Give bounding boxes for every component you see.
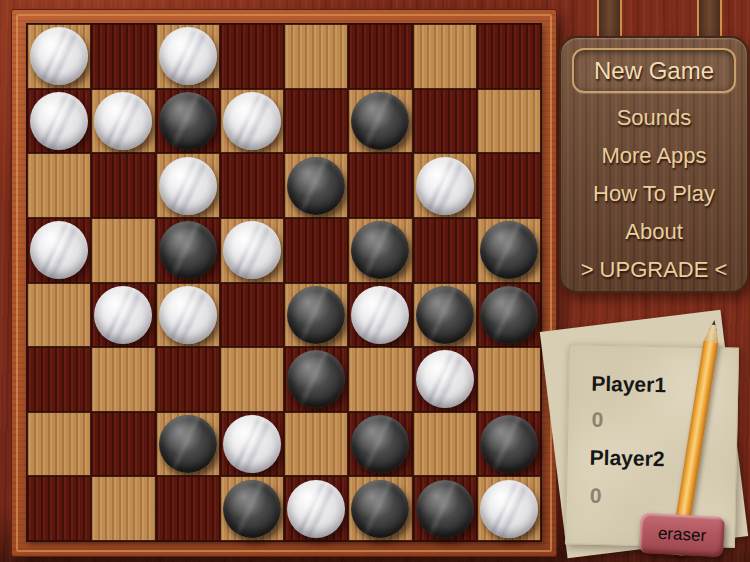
- white-disc: [287, 480, 345, 538]
- game-table: New Game Sounds More Apps How To Play Ab…: [0, 0, 750, 562]
- board-cell-r6c6[interactable]: [413, 412, 477, 477]
- white-disc: [94, 286, 152, 344]
- board-cell-r4c3[interactable]: [220, 283, 284, 348]
- black-disc: [159, 221, 217, 279]
- board-cell-r6c7[interactable]: [477, 412, 541, 477]
- board-cell-r6c0[interactable]: [27, 412, 91, 477]
- board-cell-r0c2[interactable]: [156, 24, 220, 89]
- board-cell-r2c2[interactable]: [156, 153, 220, 218]
- eraser-button[interactable]: eraser: [639, 513, 725, 557]
- menu-item-how-to-play[interactable]: How To Play: [561, 175, 747, 213]
- board-cell-r0c6[interactable]: [413, 24, 477, 89]
- white-disc: [94, 92, 152, 150]
- black-disc: [351, 92, 409, 150]
- board-cell-r3c3[interactable]: [220, 218, 284, 283]
- board-cell-r5c2[interactable]: [156, 347, 220, 412]
- black-disc: [287, 350, 345, 408]
- new-game-label: New Game: [594, 57, 714, 85]
- white-disc: [416, 157, 474, 215]
- board-cell-r6c2[interactable]: [156, 412, 220, 477]
- black-disc: [287, 157, 345, 215]
- board-cell-r3c2[interactable]: [156, 218, 220, 283]
- white-disc: [30, 221, 88, 279]
- board-cell-r7c5[interactable]: [348, 476, 412, 541]
- board-cell-r7c7[interactable]: [477, 476, 541, 541]
- board-cell-r7c4[interactable]: [284, 476, 348, 541]
- white-disc: [159, 157, 217, 215]
- board-cell-r0c5[interactable]: [348, 24, 412, 89]
- board-cell-r2c6[interactable]: [413, 153, 477, 218]
- board-cell-r2c4[interactable]: [284, 153, 348, 218]
- player2-label: Player2: [589, 446, 664, 472]
- board-cell-r5c5[interactable]: [348, 347, 412, 412]
- board-cell-r0c7[interactable]: [477, 24, 541, 89]
- black-disc: [159, 92, 217, 150]
- board-cell-r4c4[interactable]: [284, 283, 348, 348]
- board-cell-r1c1[interactable]: [91, 89, 155, 154]
- white-disc: [30, 92, 88, 150]
- board-cell-r1c2[interactable]: [156, 89, 220, 154]
- board-cell-r2c0[interactable]: [27, 153, 91, 218]
- board-cell-r1c5[interactable]: [348, 89, 412, 154]
- white-disc: [223, 415, 281, 473]
- menu-item-sounds[interactable]: Sounds: [561, 99, 747, 137]
- black-disc: [287, 286, 345, 344]
- white-disc: [223, 92, 281, 150]
- menu-item-more-apps[interactable]: More Apps: [561, 137, 747, 175]
- black-disc: [416, 286, 474, 344]
- board-cell-r5c7[interactable]: [477, 347, 541, 412]
- board-cell-r4c0[interactable]: [27, 283, 91, 348]
- board-cell-r1c7[interactable]: [477, 89, 541, 154]
- game-board: [11, 9, 557, 557]
- black-disc: [223, 480, 281, 538]
- board-cell-r6c3[interactable]: [220, 412, 284, 477]
- board-cell-r6c4[interactable]: [284, 412, 348, 477]
- menu-item-about[interactable]: About: [561, 213, 747, 251]
- board-cell-r1c3[interactable]: [220, 89, 284, 154]
- white-disc: [480, 480, 538, 538]
- menu-panel: New Game Sounds More Apps How To Play Ab…: [559, 36, 749, 293]
- board-cell-r7c1[interactable]: [91, 476, 155, 541]
- black-disc: [480, 286, 538, 344]
- board-cell-r1c4[interactable]: [284, 89, 348, 154]
- board-cell-r3c4[interactable]: [284, 218, 348, 283]
- new-game-button[interactable]: New Game: [572, 48, 736, 93]
- board-cell-r5c0[interactable]: [27, 347, 91, 412]
- board-cell-r0c4[interactable]: [284, 24, 348, 89]
- board-cell-r2c3[interactable]: [220, 153, 284, 218]
- white-disc: [159, 286, 217, 344]
- board-cell-r6c1[interactable]: [91, 412, 155, 477]
- player2-score: 0: [590, 484, 602, 508]
- board-cell-r6c5[interactable]: [348, 412, 412, 477]
- black-disc: [351, 221, 409, 279]
- black-disc: [351, 480, 409, 538]
- menu-item-upgrade[interactable]: > UPGRADE <: [561, 251, 747, 289]
- board-cell-r1c0[interactable]: [27, 89, 91, 154]
- black-disc: [416, 480, 474, 538]
- white-disc: [416, 350, 474, 408]
- white-disc: [351, 286, 409, 344]
- board-cell-r3c0[interactable]: [27, 218, 91, 283]
- white-disc: [159, 27, 217, 85]
- board-cell-r2c1[interactable]: [91, 153, 155, 218]
- board-cell-r7c6[interactable]: [413, 476, 477, 541]
- black-disc: [480, 415, 538, 473]
- board-cell-r4c6[interactable]: [413, 283, 477, 348]
- eraser-label: eraser: [657, 524, 706, 546]
- board-cell-r3c5[interactable]: [348, 218, 412, 283]
- board-cell-r3c1[interactable]: [91, 218, 155, 283]
- board-cell-r1c6[interactable]: [413, 89, 477, 154]
- board-cell-r5c6[interactable]: [413, 347, 477, 412]
- board-cell-r2c7[interactable]: [477, 153, 541, 218]
- board-cell-r0c3[interactable]: [220, 24, 284, 89]
- board-grid: [26, 23, 542, 542]
- board-cell-r5c3[interactable]: [220, 347, 284, 412]
- board-cell-r0c0[interactable]: [27, 24, 91, 89]
- board-cell-r4c7[interactable]: [477, 283, 541, 348]
- white-disc: [30, 27, 88, 85]
- board-cell-r3c6[interactable]: [413, 218, 477, 283]
- black-disc: [351, 415, 409, 473]
- white-disc: [223, 221, 281, 279]
- board-cell-r7c2[interactable]: [156, 476, 220, 541]
- player1-label: Player1: [591, 372, 666, 398]
- board-cell-r4c2[interactable]: [156, 283, 220, 348]
- board-cell-r2c5[interactable]: [348, 153, 412, 218]
- board-cell-r5c1[interactable]: [91, 347, 155, 412]
- board-cell-r7c3[interactable]: [220, 476, 284, 541]
- board-cell-r5c4[interactable]: [284, 347, 348, 412]
- board-cell-r4c1[interactable]: [91, 283, 155, 348]
- black-disc: [159, 415, 217, 473]
- player1-score: 0: [591, 408, 603, 432]
- board-cell-r0c1[interactable]: [91, 24, 155, 89]
- board-cell-r3c7[interactable]: [477, 218, 541, 283]
- board-cell-r4c5[interactable]: [348, 283, 412, 348]
- board-cell-r7c0[interactable]: [27, 476, 91, 541]
- black-disc: [480, 221, 538, 279]
